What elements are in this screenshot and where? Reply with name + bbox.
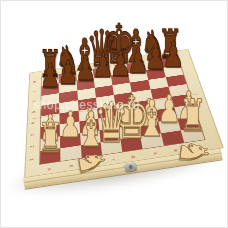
file-label: з — [190, 140, 205, 155]
file-label: б — [65, 159, 76, 174]
product-photo: абвгдежз 87654321 ♜♞♝♛♚♝♞♜♟♟♟♟♟♟♟♟♟♟♟♟♟♟… — [0, 0, 228, 228]
clasp-pin-icon — [128, 165, 133, 170]
file-label: г — [107, 152, 119, 167]
file-label: в — [86, 156, 98, 171]
rank-labels: 87654321 — [27, 77, 40, 167]
watermark: shop.chessking.ru — [33, 98, 140, 112]
file-label: а — [44, 162, 55, 177]
file-label: д — [127, 149, 140, 164]
file-label: ж — [169, 143, 183, 158]
file-label: е — [148, 146, 162, 161]
